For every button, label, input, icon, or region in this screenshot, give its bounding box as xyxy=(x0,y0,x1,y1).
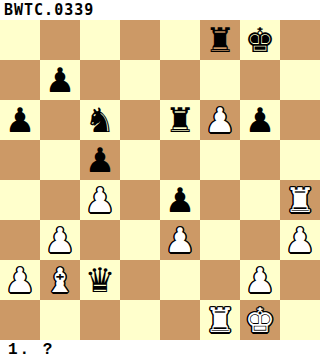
square-a1[interactable] xyxy=(0,300,40,340)
square-b6[interactable] xyxy=(40,100,80,140)
piece-black-knight[interactable]: ♞ xyxy=(85,100,115,140)
square-f4[interactable] xyxy=(200,180,240,220)
square-h8[interactable] xyxy=(280,20,320,60)
square-c4[interactable]: ♟ xyxy=(80,180,120,220)
square-e7[interactable] xyxy=(160,60,200,100)
puzzle-id: BWTC.0339 xyxy=(4,1,94,19)
square-g6[interactable]: ♟ xyxy=(240,100,280,140)
square-h5[interactable] xyxy=(280,140,320,180)
square-b1[interactable] xyxy=(40,300,80,340)
square-e6[interactable]: ♜ xyxy=(160,100,200,140)
square-e1[interactable] xyxy=(160,300,200,340)
square-h4[interactable]: ♜ xyxy=(280,180,320,220)
square-c2[interactable]: ♛ xyxy=(80,260,120,300)
square-c8[interactable] xyxy=(80,20,120,60)
square-a6[interactable]: ♟ xyxy=(0,100,40,140)
square-e8[interactable] xyxy=(160,20,200,60)
square-f5[interactable] xyxy=(200,140,240,180)
square-f8[interactable]: ♜ xyxy=(200,20,240,60)
piece-black-queen[interactable]: ♛ xyxy=(85,260,115,300)
piece-black-rook[interactable]: ♜ xyxy=(165,100,195,140)
piece-white-pawn[interactable]: ♟ xyxy=(85,180,115,220)
piece-black-king[interactable]: ♚ xyxy=(245,20,275,60)
piece-white-pawn[interactable]: ♟ xyxy=(45,220,75,260)
square-h3[interactable]: ♟ xyxy=(280,220,320,260)
square-d3[interactable] xyxy=(120,220,160,260)
piece-white-pawn[interactable]: ♟ xyxy=(205,100,235,140)
square-g3[interactable] xyxy=(240,220,280,260)
square-g7[interactable] xyxy=(240,60,280,100)
square-f7[interactable] xyxy=(200,60,240,100)
piece-black-rook[interactable]: ♜ xyxy=(205,20,235,60)
square-e5[interactable] xyxy=(160,140,200,180)
piece-white-pawn[interactable]: ♟ xyxy=(285,220,315,260)
square-h7[interactable] xyxy=(280,60,320,100)
square-a8[interactable] xyxy=(0,20,40,60)
square-b2[interactable]: ♝ xyxy=(40,260,80,300)
square-e4[interactable]: ♟ xyxy=(160,180,200,220)
square-c1[interactable] xyxy=(80,300,120,340)
square-d8[interactable] xyxy=(120,20,160,60)
square-h2[interactable] xyxy=(280,260,320,300)
piece-white-bishop[interactable]: ♝ xyxy=(45,260,75,300)
chess-board: ♜♚♟♟♞♜♟♟♟♟♟♜♟♟♟♟♝♛♟♜♚ xyxy=(0,20,320,340)
square-g2[interactable]: ♟ xyxy=(240,260,280,300)
square-f2[interactable] xyxy=(200,260,240,300)
piece-white-pawn[interactable]: ♟ xyxy=(165,220,195,260)
square-a4[interactable] xyxy=(0,180,40,220)
square-c5[interactable]: ♟ xyxy=(80,140,120,180)
square-d2[interactable] xyxy=(120,260,160,300)
square-d4[interactable] xyxy=(120,180,160,220)
square-d1[interactable] xyxy=(120,300,160,340)
square-e3[interactable]: ♟ xyxy=(160,220,200,260)
piece-black-pawn[interactable]: ♟ xyxy=(165,180,195,220)
piece-black-pawn[interactable]: ♟ xyxy=(5,100,35,140)
square-c3[interactable] xyxy=(80,220,120,260)
square-e2[interactable] xyxy=(160,260,200,300)
square-g8[interactable]: ♚ xyxy=(240,20,280,60)
piece-white-pawn[interactable]: ♟ xyxy=(5,260,35,300)
piece-black-pawn[interactable]: ♟ xyxy=(85,140,115,180)
square-b5[interactable] xyxy=(40,140,80,180)
square-f3[interactable] xyxy=(200,220,240,260)
piece-white-rook[interactable]: ♜ xyxy=(285,180,315,220)
piece-white-rook[interactable]: ♜ xyxy=(205,300,235,340)
square-b7[interactable]: ♟ xyxy=(40,60,80,100)
square-c7[interactable] xyxy=(80,60,120,100)
square-g4[interactable] xyxy=(240,180,280,220)
square-f1[interactable]: ♜ xyxy=(200,300,240,340)
square-d7[interactable] xyxy=(120,60,160,100)
square-a7[interactable] xyxy=(0,60,40,100)
square-b3[interactable]: ♟ xyxy=(40,220,80,260)
square-g1[interactable]: ♚ xyxy=(240,300,280,340)
square-a5[interactable] xyxy=(0,140,40,180)
square-c6[interactable]: ♞ xyxy=(80,100,120,140)
piece-black-pawn[interactable]: ♟ xyxy=(45,60,75,100)
square-b8[interactable] xyxy=(40,20,80,60)
square-h6[interactable] xyxy=(280,100,320,140)
square-b4[interactable] xyxy=(40,180,80,220)
square-d6[interactable] xyxy=(120,100,160,140)
square-a2[interactable]: ♟ xyxy=(0,260,40,300)
square-h1[interactable] xyxy=(280,300,320,340)
square-a3[interactable] xyxy=(0,220,40,260)
square-g5[interactable] xyxy=(240,140,280,180)
square-f6[interactable]: ♟ xyxy=(200,100,240,140)
piece-white-king[interactable]: ♚ xyxy=(245,300,275,340)
piece-black-pawn[interactable]: ♟ xyxy=(245,100,275,140)
square-d5[interactable] xyxy=(120,140,160,180)
piece-white-pawn[interactable]: ♟ xyxy=(245,260,275,300)
move-prompt: 1. ? xyxy=(8,341,54,359)
